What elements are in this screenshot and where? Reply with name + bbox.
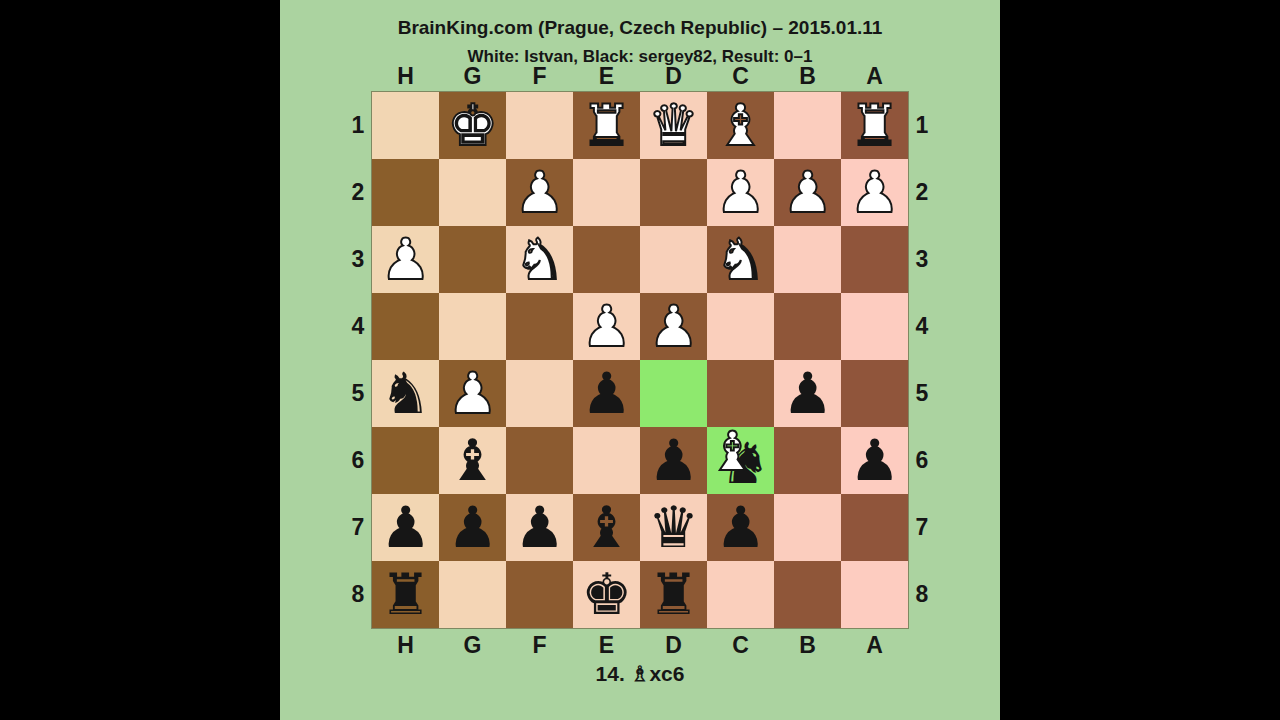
file-label-b: B: [774, 61, 841, 91]
piece-black-pawn-c7: ♟: [715, 499, 766, 556]
square-d2[interactable]: [640, 159, 707, 226]
square-g7[interactable]: ♟: [439, 494, 506, 561]
piece-white-pawn-h3: ♟: [380, 231, 431, 288]
file-label-f: F: [506, 61, 573, 91]
square-c7[interactable]: ♟: [707, 494, 774, 561]
rank-labels-right: 12345678: [907, 92, 937, 628]
rank-label-4: 4: [343, 293, 373, 360]
rank-label-5: 5: [343, 360, 373, 427]
piece-black-pawn-g7: ♟: [447, 499, 498, 556]
square-h4[interactable]: [372, 293, 439, 360]
square-g2[interactable]: [439, 159, 506, 226]
square-f3[interactable]: ♞: [506, 226, 573, 293]
square-f1[interactable]: [506, 92, 573, 159]
square-d5[interactable]: [640, 360, 707, 427]
rank-label-5: 5: [907, 360, 937, 427]
file-label-c: C: [707, 630, 774, 660]
square-a6[interactable]: ♟: [841, 427, 908, 494]
rank-label-3: 3: [343, 226, 373, 293]
square-b7[interactable]: [774, 494, 841, 561]
rank-label-8: 8: [907, 561, 937, 628]
rank-label-4: 4: [907, 293, 937, 360]
chess-board: ♚♜♛♝♜♟♟♟♟♟♞♞♟♟♞♟♟♟♝♟♞♝♟♟♟♟♝♛♟♜♚♜: [372, 92, 908, 628]
square-h5[interactable]: ♞: [372, 360, 439, 427]
square-f8[interactable]: [506, 561, 573, 628]
square-d1[interactable]: ♛: [640, 92, 707, 159]
piece-white-queen-d1: ♛: [648, 97, 699, 154]
square-a2[interactable]: ♟: [841, 159, 908, 226]
piece-black-pawn-d6: ♟: [648, 432, 699, 489]
square-c8[interactable]: [707, 561, 774, 628]
piece-white-pawn-f2: ♟: [514, 164, 565, 221]
square-b6[interactable]: [774, 427, 841, 494]
file-label-a: A: [841, 61, 908, 91]
file-label-e: E: [573, 61, 640, 91]
square-g6[interactable]: ♝: [439, 427, 506, 494]
piece-black-queen-d7: ♛: [648, 499, 699, 556]
square-h1[interactable]: [372, 92, 439, 159]
rank-label-7: 7: [907, 494, 937, 561]
square-f5[interactable]: [506, 360, 573, 427]
square-d4[interactable]: ♟: [640, 293, 707, 360]
square-e6[interactable]: [573, 427, 640, 494]
square-h3[interactable]: ♟: [372, 226, 439, 293]
square-g5[interactable]: ♟: [439, 360, 506, 427]
rank-label-3: 3: [907, 226, 937, 293]
square-c4[interactable]: [707, 293, 774, 360]
move-caption: 14. ♗xc6: [280, 660, 1000, 687]
piece-white-bishop-c1: ♝: [715, 97, 766, 154]
square-d6[interactable]: ♟: [640, 427, 707, 494]
file-label-h: H: [372, 61, 439, 91]
square-g1[interactable]: ♚: [439, 92, 506, 159]
rank-labels-left: 12345678: [343, 92, 373, 628]
rank-label-8: 8: [343, 561, 373, 628]
rank-label-7: 7: [343, 494, 373, 561]
piece-black-king-e8: ♚: [581, 566, 632, 623]
square-b5[interactable]: ♟: [774, 360, 841, 427]
piece-black-pawn-f7: ♟: [514, 499, 565, 556]
piece-black-pawn-h7: ♟: [380, 499, 431, 556]
square-a8[interactable]: [841, 561, 908, 628]
square-a3[interactable]: [841, 226, 908, 293]
file-label-f: F: [506, 630, 573, 660]
file-label-e: E: [573, 630, 640, 660]
square-c6[interactable]: ♞♝: [707, 427, 774, 494]
piece-black-bishop-g6: ♝: [447, 432, 498, 489]
piece-black-pawn-e5: ♟: [581, 365, 632, 422]
square-h6[interactable]: [372, 427, 439, 494]
square-f2[interactable]: ♟: [506, 159, 573, 226]
file-label-h: H: [372, 630, 439, 660]
square-e3[interactable]: [573, 226, 640, 293]
piece-black-pawn-b5: ♟: [782, 365, 833, 422]
square-b3[interactable]: [774, 226, 841, 293]
square-h7[interactable]: ♟: [372, 494, 439, 561]
square-f7[interactable]: ♟: [506, 494, 573, 561]
square-f4[interactable]: [506, 293, 573, 360]
file-label-g: G: [439, 61, 506, 91]
square-a4[interactable]: [841, 293, 908, 360]
file-labels-top: HGFEDCBA: [372, 61, 908, 91]
square-d8[interactable]: ♜: [640, 561, 707, 628]
file-label-a: A: [841, 630, 908, 660]
file-label-b: B: [774, 630, 841, 660]
square-c3[interactable]: ♞: [707, 226, 774, 293]
piece-black-bishop-e7: ♝: [581, 499, 632, 556]
file-labels-bottom: HGFEDCBA: [372, 630, 908, 660]
piece-white-pawn-b2: ♟: [782, 164, 833, 221]
square-a5[interactable]: [841, 360, 908, 427]
video-frame: BrainKing.com (Prague, Czech Republic) –…: [0, 0, 1280, 720]
piece-white-pawn-g5: ♟: [447, 365, 498, 422]
square-e4[interactable]: ♟: [573, 293, 640, 360]
square-b8[interactable]: [774, 561, 841, 628]
square-d3[interactable]: [640, 226, 707, 293]
piece-white-pawn-d4: ♟: [648, 298, 699, 355]
square-b2[interactable]: ♟: [774, 159, 841, 226]
rank-label-1: 1: [907, 92, 937, 159]
square-b1[interactable]: [774, 92, 841, 159]
rank-label-6: 6: [343, 427, 373, 494]
square-c2[interactable]: ♟: [707, 159, 774, 226]
square-e2[interactable]: [573, 159, 640, 226]
square-a1[interactable]: ♜: [841, 92, 908, 159]
rank-label-2: 2: [907, 159, 937, 226]
piece-white-rook-e1: ♜: [581, 97, 632, 154]
rank-label-2: 2: [343, 159, 373, 226]
rank-label-1: 1: [343, 92, 373, 159]
piece-white-pawn-e4: ♟: [581, 298, 632, 355]
file-label-d: D: [640, 61, 707, 91]
file-label-c: C: [707, 61, 774, 91]
piece-black-rook-h8: ♜: [380, 566, 431, 623]
square-h2[interactable]: [372, 159, 439, 226]
square-g3[interactable]: [439, 226, 506, 293]
piece-white-pawn-c2: ♟: [715, 164, 766, 221]
piece-black-pawn-a6: ♟: [849, 432, 900, 489]
square-b4[interactable]: [774, 293, 841, 360]
square-h8[interactable]: ♜: [372, 561, 439, 628]
file-label-g: G: [439, 630, 506, 660]
rank-label-6: 6: [907, 427, 937, 494]
square-e1[interactable]: ♜: [573, 92, 640, 159]
square-f6[interactable]: [506, 427, 573, 494]
piece-white-king-g1: ♚: [447, 97, 498, 154]
file-label-d: D: [640, 630, 707, 660]
piece-white-knight-c3: ♞: [715, 231, 766, 288]
piece-white-rook-a1: ♜: [849, 97, 900, 154]
header-title: BrainKing.com (Prague, Czech Republic) –…: [280, 16, 1000, 40]
square-e5[interactable]: ♟: [573, 360, 640, 427]
square-e7[interactable]: ♝: [573, 494, 640, 561]
piece-white-knight-f3: ♞: [514, 231, 565, 288]
square-d7[interactable]: ♛: [640, 494, 707, 561]
square-e8[interactable]: ♚: [573, 561, 640, 628]
square-c1[interactable]: ♝: [707, 92, 774, 159]
square-a7[interactable]: [841, 494, 908, 561]
square-g4[interactable]: [439, 293, 506, 360]
piece-black-rook-d8: ♜: [648, 566, 699, 623]
square-g8[interactable]: [439, 561, 506, 628]
piece-white-pawn-a2: ♟: [849, 164, 900, 221]
piece-white-bishop-c6: ♝: [699, 417, 766, 484]
game-view: BrainKing.com (Prague, Czech Republic) –…: [280, 0, 1000, 720]
piece-black-knight-h5: ♞: [380, 365, 431, 422]
